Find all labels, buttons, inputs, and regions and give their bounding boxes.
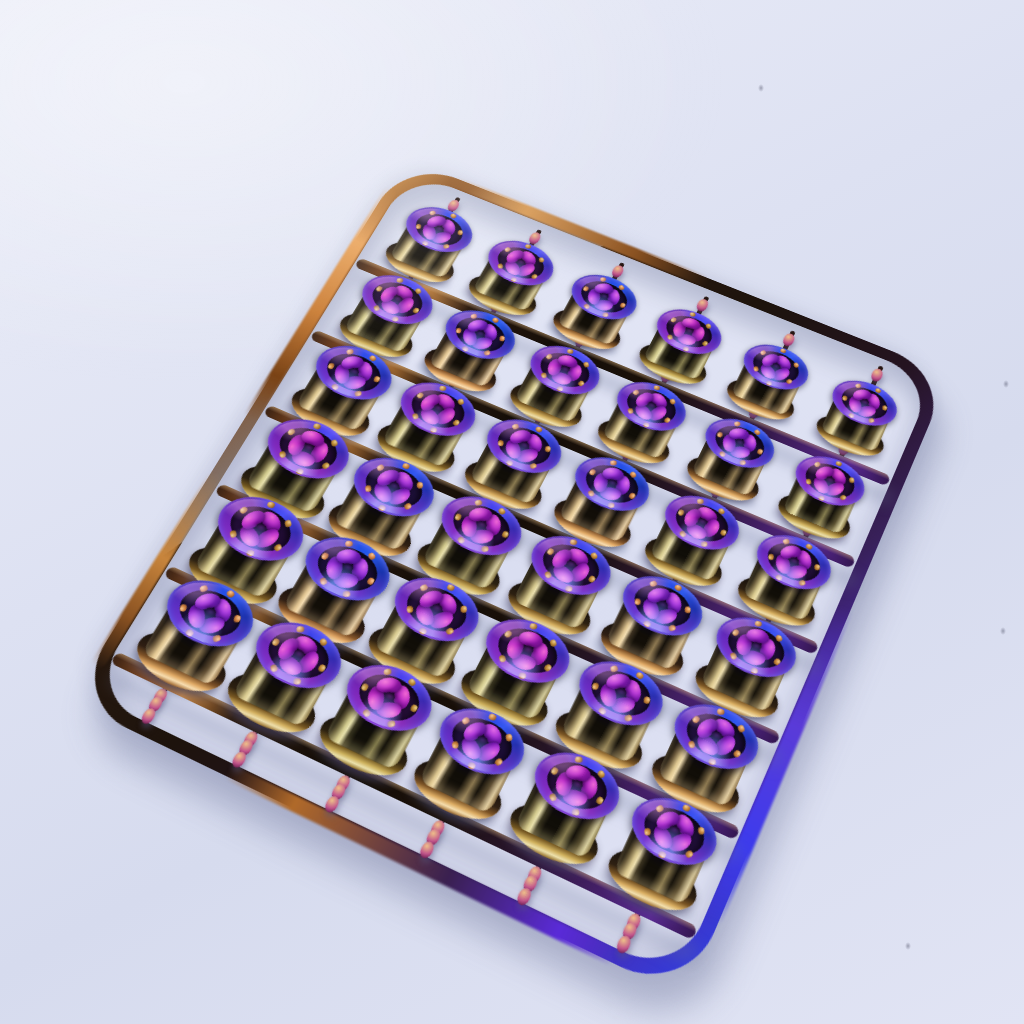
gold-dot: [654, 804, 664, 813]
gold-dot: [428, 210, 435, 215]
gold-dot: [609, 460, 616, 465]
gold-dot: [312, 423, 321, 430]
sprue-frame: [70, 158, 951, 998]
gold-dot: [474, 500, 482, 506]
cap-anodized-face: [825, 372, 904, 435]
gold-dot: [419, 583, 429, 591]
gold-dot: [677, 509, 685, 517]
dust-speck: [758, 84, 764, 92]
gold-dot: [416, 392, 425, 400]
cap-anodized-face: [352, 266, 442, 334]
gold-dot: [375, 464, 384, 472]
gold-dot: [632, 389, 640, 396]
gold-dot: [238, 506, 248, 515]
gold-dot: [813, 461, 821, 468]
cap-anodized-face: [748, 525, 839, 600]
dust-speck: [905, 942, 911, 950]
gold-dot: [460, 716, 470, 725]
gold-dot: [546, 547, 555, 556]
gold-dot: [733, 421, 740, 426]
gold-dot: [754, 621, 762, 627]
gold-dot: [600, 277, 606, 281]
gold-dot: [759, 350, 766, 356]
gold-dot: [609, 665, 618, 672]
photo-stage: [0, 0, 1024, 1024]
gold-dot: [566, 349, 573, 354]
gold-dot: [691, 715, 700, 724]
gold-dot: [689, 312, 696, 317]
gold-dot: [503, 246, 511, 252]
gold-dot: [383, 669, 391, 675]
dust-speck: [1003, 380, 1009, 388]
gold-dot: [529, 623, 538, 630]
gold-dot: [782, 538, 790, 544]
dust-speck: [1000, 627, 1006, 635]
gold-dot: [574, 756, 582, 762]
gold-dot: [199, 585, 208, 593]
gold-dot: [271, 637, 281, 646]
gold-dot: [470, 313, 478, 319]
gold-dot: [375, 285, 383, 292]
gold-dot: [344, 541, 352, 547]
gold-dot: [346, 349, 354, 355]
gold-dot: [511, 423, 519, 430]
cap-anodized-face: [697, 409, 782, 477]
gold-dot: [648, 580, 657, 587]
gold-dot: [854, 383, 861, 388]
